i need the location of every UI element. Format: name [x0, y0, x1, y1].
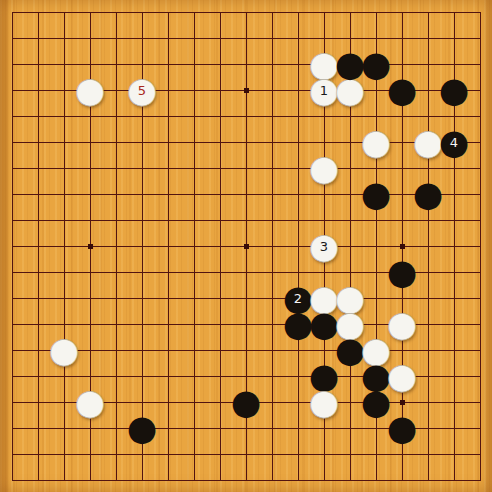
grid-line-vertical	[298, 12, 299, 481]
stone-white[interactable]: ●	[77, 389, 103, 415]
move-number-label: 3	[311, 233, 337, 259]
stone-white[interactable]: ●	[311, 389, 337, 415]
stone-white[interactable]: ●	[337, 285, 363, 311]
stone-white[interactable]: ●	[311, 51, 337, 77]
stone-glyph: ●	[285, 311, 311, 337]
stone-glyph: ●	[389, 259, 415, 285]
stone-glyph: ●	[311, 77, 337, 103]
stone-black[interactable]: ●	[363, 363, 389, 389]
stone-white[interactable]: ●5	[129, 77, 155, 103]
stone-glyph: ●	[363, 337, 389, 363]
stone-glyph: ●	[337, 311, 363, 337]
move-number-label: 1	[311, 77, 337, 103]
stone-glyph: ●	[311, 155, 337, 181]
go-board[interactable]: ●●5●●1●●●●●●●●4●●●●3●●2●●●●●●●●●●●●●●●●●…	[0, 0, 492, 492]
star-point	[244, 88, 249, 93]
stone-glyph: ●	[129, 77, 155, 103]
stone-black[interactable]: ●	[363, 51, 389, 77]
stone-glyph: ●	[311, 51, 337, 77]
stone-white[interactable]: ●	[363, 337, 389, 363]
stone-black[interactable]: ●	[389, 77, 415, 103]
stone-glyph: ●	[311, 363, 337, 389]
stone-white[interactable]: ●	[363, 129, 389, 155]
stone-black[interactable]: ●	[129, 415, 155, 441]
stone-black[interactable]: ●	[389, 259, 415, 285]
star-point	[88, 244, 93, 249]
stone-glyph: ●	[285, 285, 311, 311]
stone-glyph: ●	[363, 363, 389, 389]
stone-glyph: ●	[441, 129, 467, 155]
stone-glyph: ●	[363, 181, 389, 207]
stone-glyph: ●	[337, 77, 363, 103]
grid-line-vertical	[480, 12, 481, 481]
stone-black[interactable]: ●	[233, 389, 259, 415]
stone-glyph: ●	[415, 181, 441, 207]
stone-white[interactable]: ●3	[311, 233, 337, 259]
stone-glyph: ●	[441, 77, 467, 103]
stone-glyph: ●	[77, 77, 103, 103]
stone-glyph: ●	[363, 51, 389, 77]
grid-line-vertical	[272, 12, 273, 481]
stone-glyph: ●	[389, 363, 415, 389]
star-point	[400, 400, 405, 405]
stone-white[interactable]: ●	[311, 285, 337, 311]
stone-glyph: ●	[311, 233, 337, 259]
stone-white[interactable]: ●	[311, 155, 337, 181]
stone-black[interactable]: ●	[363, 389, 389, 415]
stone-black[interactable]: ●	[285, 311, 311, 337]
stone-glyph: ●	[389, 415, 415, 441]
stone-white[interactable]: ●	[415, 129, 441, 155]
stone-black[interactable]: ●	[337, 337, 363, 363]
stone-black[interactable]: ●	[415, 181, 441, 207]
stone-black[interactable]: ●	[389, 415, 415, 441]
stone-glyph: ●	[77, 389, 103, 415]
move-number-label: 5	[129, 77, 155, 103]
stone-glyph: ●	[311, 311, 337, 337]
grid-line-horizontal	[12, 480, 481, 481]
stone-black[interactable]: ●2	[285, 285, 311, 311]
star-point	[244, 244, 249, 249]
stone-glyph: ●	[337, 337, 363, 363]
stone-glyph: ●	[233, 389, 259, 415]
stone-white[interactable]: ●	[337, 77, 363, 103]
grid-line-horizontal	[12, 298, 481, 299]
stone-glyph: ●	[389, 311, 415, 337]
move-number-label: 4	[441, 129, 467, 155]
stone-black[interactable]: ●	[363, 181, 389, 207]
stone-glyph: ●	[337, 285, 363, 311]
stone-glyph: ●	[363, 129, 389, 155]
stone-white[interactable]: ●	[51, 337, 77, 363]
star-point	[400, 244, 405, 249]
move-number-label: 2	[285, 285, 311, 311]
stone-black[interactable]: ●	[311, 363, 337, 389]
stone-white[interactable]: ●	[389, 363, 415, 389]
stone-glyph: ●	[311, 285, 337, 311]
go-board-container: ●●5●●1●●●●●●●●4●●●●3●●2●●●●●●●●●●●●●●●●●…	[0, 0, 492, 492]
stone-glyph: ●	[311, 389, 337, 415]
stone-glyph: ●	[415, 129, 441, 155]
grid-line-vertical	[428, 12, 429, 481]
stone-glyph: ●	[129, 415, 155, 441]
stone-glyph: ●	[337, 51, 363, 77]
stone-black[interactable]: ●	[441, 77, 467, 103]
stone-white[interactable]: ●1	[311, 77, 337, 103]
stone-black[interactable]: ●	[311, 311, 337, 337]
stone-white[interactable]: ●	[77, 77, 103, 103]
grid-line-horizontal	[12, 454, 481, 455]
stone-black[interactable]: ●	[337, 51, 363, 77]
grid-line-horizontal	[12, 350, 481, 351]
stone-glyph: ●	[363, 389, 389, 415]
stone-glyph: ●	[51, 337, 77, 363]
stone-glyph: ●	[389, 77, 415, 103]
stone-black[interactable]: ●4	[441, 129, 467, 155]
stone-white[interactable]: ●	[389, 311, 415, 337]
stone-white[interactable]: ●	[337, 311, 363, 337]
